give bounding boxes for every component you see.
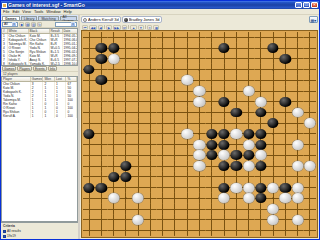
nav-button-0[interactable]: ⏮	[82, 25, 88, 30]
menu-edit[interactable]: Edit	[12, 9, 19, 14]
board-point-7-7[interactable]	[157, 96, 160, 107]
table-cell: 1	[30, 114, 43, 118]
nav-button-6[interactable]: ▲	[130, 25, 136, 30]
board-point-3-5[interactable]	[108, 75, 120, 86]
toolbar-separator	[145, 25, 146, 29]
nav-button-9[interactable]: ▦	[153, 25, 159, 30]
black-stone	[96, 75, 107, 85]
board-point-4-9[interactable]	[120, 118, 132, 119]
board-point-2-3[interactable]	[95, 53, 107, 64]
board-point-7-8[interactable]	[157, 107, 160, 118]
board-point-3-7[interactable]	[108, 96, 120, 107]
board-point-5-5[interactable]	[132, 75, 144, 86]
board-point-2-7[interactable]	[95, 96, 107, 107]
menu-tools[interactable]: Tools	[34, 9, 43, 14]
board-point-4-3[interactable]	[120, 53, 132, 64]
left-toolbar: All ▾ ◆▤▥↻ ▾	[1, 21, 78, 28]
board-point-6-2[interactable]	[144, 43, 156, 54]
toolbar-icon-3[interactable]: ↻	[37, 22, 42, 27]
board-point-5-2[interactable]	[132, 43, 144, 54]
main-content: GamesLibraryMatchingAll Games All ▾ ◆▤▥↻…	[1, 15, 160, 119]
white-stone	[108, 54, 119, 64]
chevron-down-icon: ▾	[12, 22, 16, 26]
nav-button-4[interactable]: ▶▶	[113, 25, 121, 30]
board-point-3-8[interactable]	[108, 107, 120, 118]
nav-button-2[interactable]: ◀	[98, 25, 103, 30]
nav-button-5[interactable]: ⏭	[122, 25, 128, 30]
board-point-5-9[interactable]	[132, 118, 144, 119]
view-button-games[interactable]: Games	[2, 66, 16, 71]
right-pane: Anders Kierulf 3d Bradley Jones 3d ▦▾ ⏮◀…	[80, 15, 160, 119]
toolbar-icon-2[interactable]: ▥	[31, 22, 36, 27]
tab-games[interactable]: Games	[2, 16, 20, 20]
smartgo-window: Games of interest.sgf - SmartGo _ □ ✕ Fi…	[0, 0, 160, 119]
column-header-games[interactable]: Games	[30, 77, 43, 82]
board-point-7-9[interactable]	[157, 118, 160, 119]
search-input[interactable]: ▾	[55, 22, 77, 27]
board-point-1-4[interactable]	[83, 64, 95, 75]
left-pane: GamesLibraryMatchingAll Games All ▾ ◆▤▥↻…	[1, 15, 80, 119]
board-point-6-7[interactable]	[144, 96, 156, 107]
nav-button-3[interactable]: ▶	[106, 25, 111, 30]
white-player-chip: Anders Kierulf 3d	[81, 16, 121, 23]
black-stone	[96, 43, 107, 53]
board-point-3-9[interactable]	[108, 118, 120, 119]
window-title: Games of interest.sgf - SmartGo	[8, 2, 160, 8]
board-point-6-3[interactable]	[144, 53, 156, 64]
board-point-5-4[interactable]	[132, 64, 144, 75]
board-point-4-8[interactable]	[120, 107, 132, 118]
board-point-3-6[interactable]	[108, 86, 120, 97]
player-bar: Anders Kierulf 3d Bradley Jones 3d ▦▾	[80, 15, 160, 24]
board-point-3-4[interactable]	[108, 64, 120, 75]
filter-dropdown[interactable]: All ▾	[2, 22, 18, 27]
board-point-7-6[interactable]	[157, 86, 160, 97]
board-point-3-2[interactable]	[108, 43, 120, 54]
board-point-6-5[interactable]	[144, 75, 156, 86]
board-point-4-1[interactable]	[120, 32, 132, 43]
board-point-2-5[interactable]	[95, 75, 107, 86]
filter-value: All	[4, 22, 8, 26]
board-point-6-1[interactable]	[144, 32, 156, 43]
menu-help[interactable]: Help	[64, 9, 72, 14]
white-stone-icon	[83, 18, 87, 22]
app-icon	[2, 3, 7, 8]
board-point-1-1[interactable]	[83, 32, 95, 43]
toolbar-icon-1[interactable]: ▤	[25, 22, 30, 27]
board-point-2-1[interactable]	[95, 32, 107, 43]
board-point-5-1[interactable]	[132, 32, 144, 43]
board-point-3-3[interactable]	[108, 53, 120, 64]
board-point-1-6[interactable]	[83, 86, 95, 97]
board-point-7-2[interactable]	[157, 43, 160, 54]
nav-button-1[interactable]: ◀◀	[89, 25, 97, 30]
menu-window[interactable]: Window	[46, 9, 60, 14]
black-stone	[96, 54, 107, 64]
board-point-7-4[interactable]	[157, 64, 160, 75]
toolbar-separator	[104, 25, 105, 29]
black-player-chip: Bradley Jones 3d	[122, 16, 160, 23]
board-point-4-6[interactable]	[120, 86, 132, 97]
players-list[interactable]: PlayerGamesWonLost%Cho Chikun32167Kato M…	[1, 76, 78, 119]
board-point-7-3[interactable]	[157, 53, 160, 64]
board-point-4-2[interactable]	[120, 43, 132, 54]
nav-button-8[interactable]: ✕	[147, 25, 153, 30]
board-point-4-5[interactable]	[120, 75, 132, 86]
table-row[interactable]: Kierulf A.110100	[2, 114, 77, 118]
table-cell: Kierulf A.	[2, 114, 30, 118]
tab-all-games[interactable]: All Games	[60, 16, 77, 20]
board-point-2-6[interactable]	[95, 86, 107, 97]
board-point-5-3[interactable]	[132, 53, 144, 64]
title-bar[interactable]: Games of interest.sgf - SmartGo _ □ ✕	[1, 1, 160, 9]
board-point-1-5[interactable]	[83, 75, 95, 86]
black-player-name: Bradley Jones 3d	[129, 17, 160, 22]
board-point-6-8[interactable]	[144, 107, 156, 118]
board-point-2-4[interactable]	[95, 64, 107, 75]
toolbar-separator	[128, 25, 129, 29]
board-point-6-6[interactable]	[144, 86, 156, 97]
board-point-6-4[interactable]	[144, 64, 156, 75]
black-stone	[83, 65, 94, 75]
tab-library[interactable]: Library	[21, 16, 38, 20]
menu-file[interactable]: File	[3, 9, 9, 14]
board-point-5-7[interactable]	[132, 96, 144, 107]
menu-view[interactable]: View	[22, 9, 31, 14]
board-point-2-8[interactable]	[95, 107, 107, 118]
table-cell: 1	[43, 114, 55, 118]
tab-matching[interactable]: Matching	[38, 16, 58, 20]
board-point-1-8[interactable]	[83, 107, 95, 118]
board-point-4-7[interactable]	[120, 96, 132, 107]
view-button-info[interactable]: Info	[48, 66, 57, 71]
board-point-1-2[interactable]	[83, 43, 95, 54]
chevron-down-icon: ▾	[71, 22, 75, 26]
black-stone-icon	[124, 18, 128, 22]
games-list[interactable]: #WhiteBlackResultDate1Cho ChikunKato M.B…	[1, 28, 78, 66]
board-point-6-9[interactable]	[144, 118, 156, 119]
board-point-5-8[interactable]	[132, 107, 144, 118]
board-point-1-3[interactable]	[83, 53, 95, 64]
toolbar-icon-0[interactable]: ◆	[19, 22, 24, 27]
board-point-3-1[interactable]	[108, 32, 120, 43]
black-stone	[108, 43, 119, 53]
view-button-events[interactable]: Events	[33, 66, 47, 71]
board-point-5-6[interactable]	[132, 86, 144, 97]
board-point-1-9[interactable]	[83, 118, 95, 119]
board-point-7-5[interactable]	[157, 75, 160, 86]
go-board-frame	[81, 30, 160, 119]
table-cell: 100	[66, 114, 77, 118]
board-point-7-1[interactable]	[157, 32, 160, 43]
board-point-1-7[interactable]	[83, 96, 95, 107]
board-point-4-4[interactable]	[120, 64, 132, 75]
go-board[interactable]	[83, 32, 160, 119]
table-cell: 0	[54, 114, 66, 118]
view-button-players[interactable]: Players	[17, 66, 32, 71]
toolbar-buttons: ◆▤▥↻	[19, 22, 42, 27]
nav-button-7[interactable]: ▼	[138, 25, 144, 30]
board-point-2-9[interactable]	[95, 118, 107, 119]
board-point-2-2[interactable]	[95, 43, 107, 54]
white-player-name: Anders Kierulf 3d	[88, 17, 119, 22]
